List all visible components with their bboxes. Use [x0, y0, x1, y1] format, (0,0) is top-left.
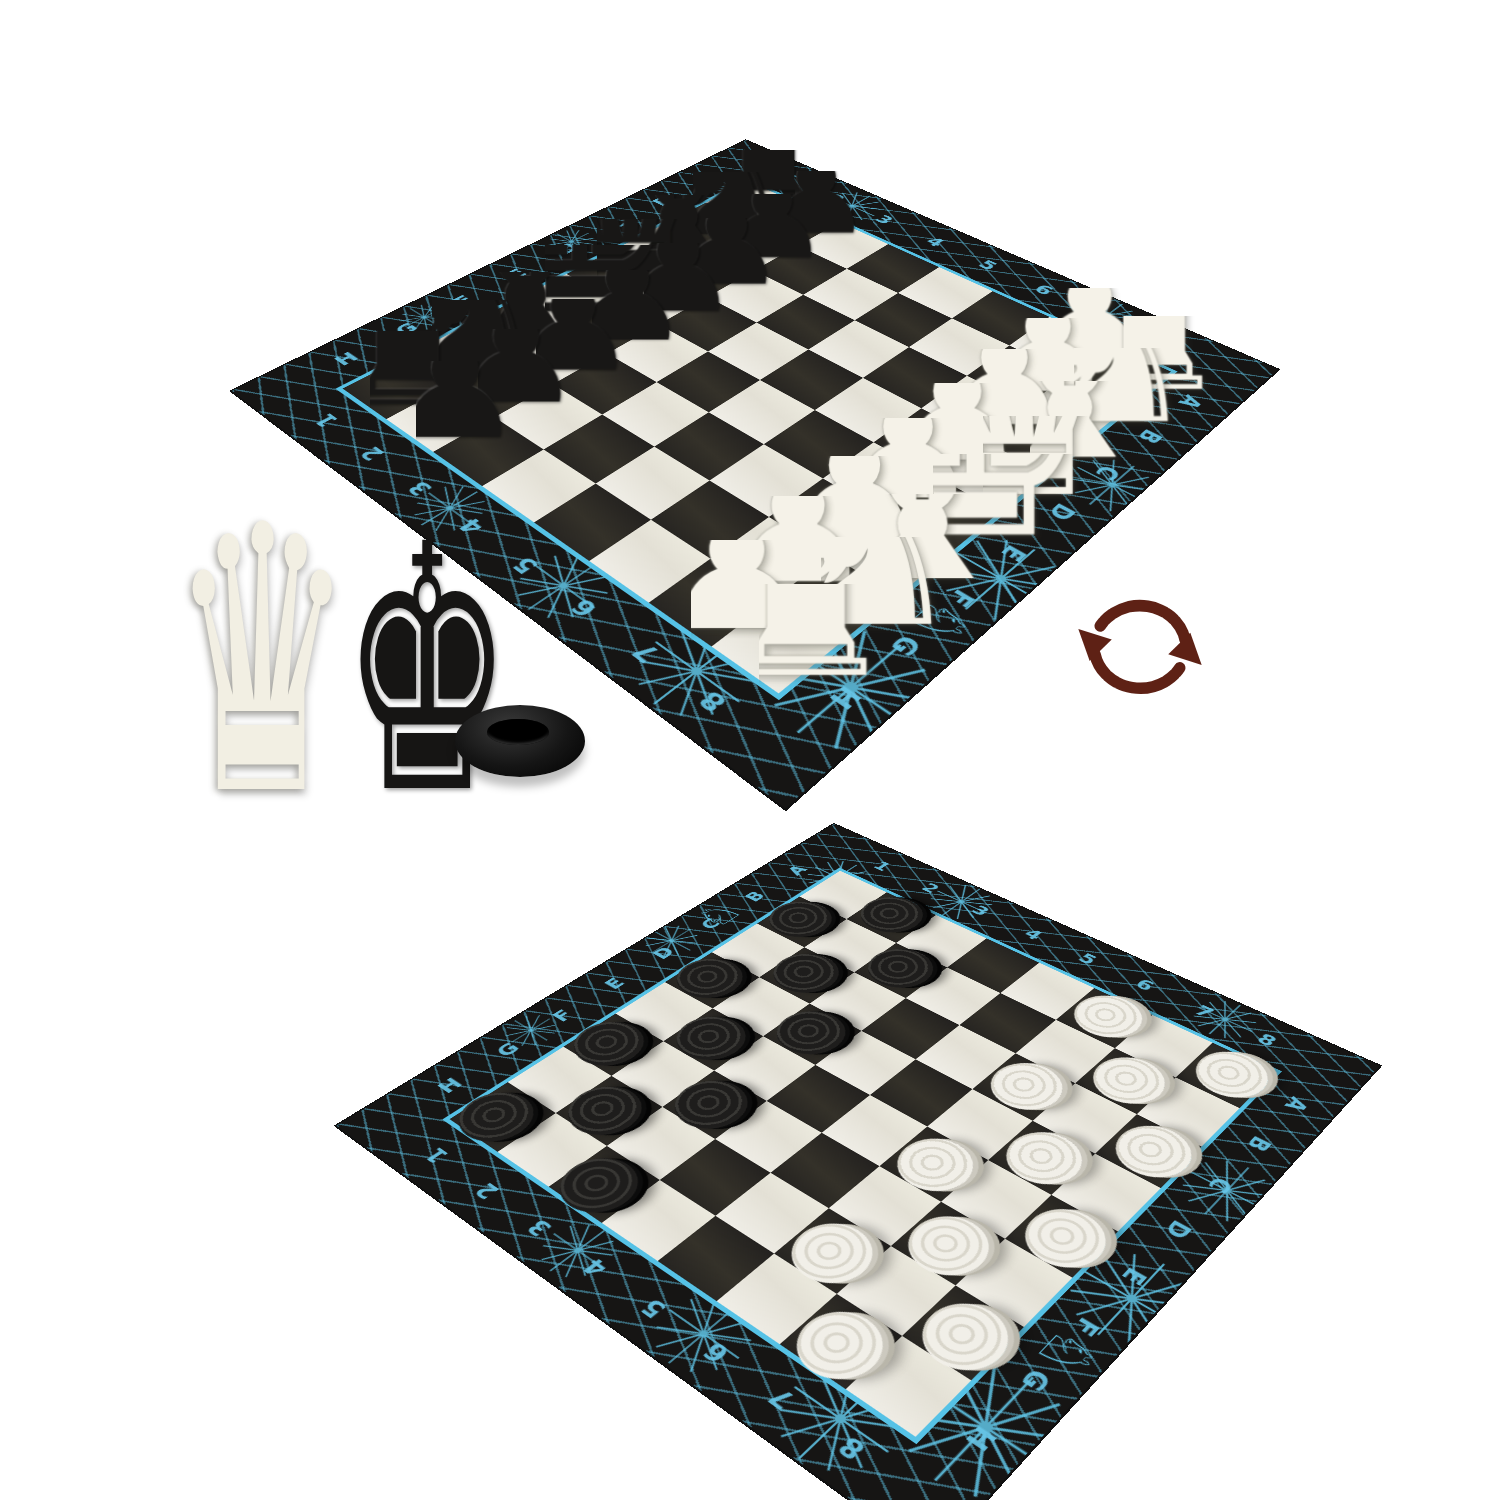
white-checker	[893, 1205, 1005, 1287]
black-checker	[855, 942, 946, 996]
white-checker	[775, 1212, 888, 1295]
white-checker	[882, 1129, 988, 1202]
white-checker	[1080, 1049, 1178, 1114]
product-photo-scene: HGFEDCBA HGFEDCBA 12345678 12345678 ♘ ♜♞…	[0, 0, 1500, 1500]
checkers-board: HGFEDCBA HGFEDCBA 12345678 12345678 ♘ ♘	[500, 725, 1240, 1465]
white-rook: ♜	[758, 583, 852, 677]
black-checker	[553, 1077, 656, 1145]
black-pawn: ♟	[416, 361, 494, 439]
white-checker	[992, 1122, 1097, 1195]
white-checker	[977, 1054, 1076, 1119]
white-checker	[905, 1291, 1024, 1384]
checkers-pieces-layer	[442, 868, 1282, 1445]
black-checker	[760, 946, 852, 1000]
white-queen-closeup: ♛	[170, 478, 276, 846]
black-checker	[763, 1003, 859, 1063]
black-checker	[662, 1008, 759, 1068]
checkers-mat: HGFEDCBA HGFEDCBA 12345678 12345678 ♘ ♘	[336, 824, 1379, 1500]
white-checker	[1101, 1116, 1205, 1188]
flip-rotate-icon	[1066, 580, 1214, 716]
rank-label: 1	[381, 1119, 491, 1193]
detachable-base	[455, 705, 585, 777]
base-hole	[487, 719, 549, 745]
black-king-closeup: ♚	[342, 500, 448, 840]
rank-label: 3	[481, 1188, 597, 1270]
black-checker	[660, 1071, 762, 1138]
